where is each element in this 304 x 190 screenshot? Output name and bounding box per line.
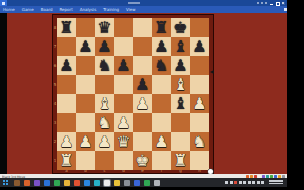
square-d2[interactable]: ♛ [114, 132, 133, 151]
square-e3[interactable] [133, 113, 152, 132]
square-g2[interactable] [171, 132, 190, 151]
taskbar-app-icon[interactable] [34, 180, 40, 186]
square-a2[interactable]: ♟ [57, 132, 76, 151]
square-b6[interactable] [76, 56, 95, 75]
black-queen: ♛ [95, 18, 114, 37]
square-d6[interactable]: ♟ [114, 56, 133, 75]
board: ♜♛♜♚♟♟♟♝♟♟♞♟♞♟♟♝♝♟♝♟♞♟♟♟♟♛♟♞♜♚♜ [57, 18, 209, 170]
square-f3[interactable] [152, 113, 171, 132]
square-f8[interactable]: ♜ [152, 18, 171, 37]
square-d1[interactable] [114, 151, 133, 170]
black-pawn: ♟ [114, 56, 133, 75]
menu-item-board[interactable]: Board [41, 6, 53, 13]
tray-icon[interactable] [230, 181, 233, 184]
square-g8[interactable]: ♚ [171, 18, 190, 37]
square-a1[interactable]: ♜ [57, 151, 76, 170]
titlebar-extra-icon[interactable] [257, 2, 259, 4]
square-c1[interactable] [95, 151, 114, 170]
square-c3[interactable]: ♞ [95, 113, 114, 132]
black-rook: ♜ [152, 18, 171, 37]
menu-item-training[interactable]: Training [103, 6, 119, 13]
system-tray [225, 181, 264, 184]
start-menu-icon[interactable] [3, 180, 8, 185]
chess-board-frame: 87654321 abcdefgh ♜♛♜♚♟♟♟♝♟♟♞♟♞♟♟♝♝♟♝♟♞♟… [52, 14, 214, 174]
black-pawn: ♟ [171, 56, 190, 75]
square-c4[interactable]: ♝ [95, 94, 114, 113]
board-edge-marker-icon [210, 70, 214, 74]
square-h4[interactable]: ♟ [190, 94, 209, 113]
black-pawn: ♟ [76, 37, 95, 56]
square-h3[interactable] [190, 113, 209, 132]
square-h1[interactable] [190, 151, 209, 170]
square-a5[interactable] [57, 75, 76, 94]
tray-icon[interactable] [234, 181, 237, 184]
white-knight: ♞ [190, 132, 209, 151]
taskbar-app-icon[interactable] [154, 180, 160, 186]
black-pawn: ♟ [190, 37, 209, 56]
tray-icon[interactable] [225, 181, 228, 184]
square-g3[interactable] [171, 113, 190, 132]
tray-icon[interactable] [243, 181, 246, 184]
square-e8[interactable] [133, 18, 152, 37]
white-rook: ♜ [57, 151, 76, 170]
square-f4[interactable] [152, 94, 171, 113]
white-pawn: ♟ [190, 94, 209, 113]
square-f2[interactable]: ♟ [152, 132, 171, 151]
white-bishop: ♝ [95, 94, 114, 113]
square-c5[interactable] [95, 75, 114, 94]
square-d3[interactable]: ♟ [114, 113, 133, 132]
white-pawn: ♟ [76, 132, 95, 151]
tray-icon[interactable] [239, 181, 242, 184]
white-pawn: ♟ [57, 132, 76, 151]
square-b2[interactable]: ♟ [76, 132, 95, 151]
white-knight: ♞ [95, 113, 114, 132]
square-h5[interactable] [190, 75, 209, 94]
black-rook: ♜ [57, 18, 76, 37]
menu-overflow-icon[interactable] [284, 8, 287, 11]
square-g1[interactable]: ♜ [171, 151, 190, 170]
square-b1[interactable] [76, 151, 95, 170]
black-knight: ♞ [152, 56, 171, 75]
taskbar-clock[interactable] [269, 180, 283, 185]
black-pawn: ♟ [57, 56, 76, 75]
white-rook: ♜ [171, 151, 190, 170]
taskbar-app-icon[interactable] [124, 180, 130, 186]
white-king: ♚ [133, 151, 152, 170]
black-pawn: ♟ [152, 37, 171, 56]
square-e6[interactable] [133, 56, 152, 75]
black-king: ♚ [171, 18, 190, 37]
tray-icon[interactable] [261, 181, 264, 184]
square-h7[interactable]: ♟ [190, 37, 209, 56]
tray-icon[interactable] [257, 181, 260, 184]
menu-item-report[interactable]: Report [60, 6, 73, 13]
square-g5[interactable]: ♝ [171, 75, 190, 94]
square-c8[interactable]: ♛ [95, 18, 114, 37]
taskbar-app-icon[interactable] [24, 180, 30, 186]
square-f1[interactable] [152, 151, 171, 170]
app-workspace: 87654321 abcdefgh ♜♛♜♚♟♟♟♝♟♟♞♟♞♟♟♝♝♟♝♟♞♟… [0, 13, 287, 174]
square-d5[interactable] [114, 75, 133, 94]
square-h8[interactable] [190, 18, 209, 37]
square-e7[interactable] [133, 37, 152, 56]
black-pawn: ♟ [95, 37, 114, 56]
titlebar-extra-icon[interactable] [261, 2, 263, 4]
black-bishop: ♝ [171, 94, 190, 113]
white-pawn: ♟ [114, 113, 133, 132]
video-frame: HomeGameBoardReportAnalysisTrainingView … [0, 0, 304, 190]
square-a7[interactable] [57, 37, 76, 56]
square-a8[interactable]: ♜ [57, 18, 76, 37]
square-g4[interactable]: ♝ [171, 94, 190, 113]
menu-bar: HomeGameBoardReportAnalysisTrainingView [0, 6, 287, 13]
tray-icon[interactable] [252, 181, 255, 184]
maximize-icon[interactable] [275, 1, 279, 5]
square-d8[interactable] [114, 18, 133, 37]
square-b3[interactable] [76, 113, 95, 132]
square-h6[interactable] [190, 56, 209, 75]
minimize-icon[interactable] [269, 1, 273, 5]
square-e1[interactable]: ♚ [133, 151, 152, 170]
white-bishop: ♝ [171, 75, 190, 94]
square-d7[interactable] [114, 37, 133, 56]
white-queen: ♛ [114, 132, 133, 151]
square-c7[interactable]: ♟ [95, 37, 114, 56]
square-h2[interactable]: ♞ [190, 132, 209, 151]
tray-icon[interactable] [248, 181, 251, 184]
square-a6[interactable]: ♟ [57, 56, 76, 75]
square-b4[interactable] [76, 94, 95, 113]
menu-item-analysis[interactable]: Analysis [80, 6, 96, 13]
taskbar-app-icon[interactable] [104, 180, 110, 186]
square-b7[interactable]: ♟ [76, 37, 95, 56]
square-d4[interactable] [114, 94, 133, 113]
menu-item-home[interactable]: Home [3, 6, 15, 13]
square-e2[interactable] [133, 132, 152, 151]
taskbar-app-icon[interactable] [74, 180, 80, 186]
taskbar-app-icon[interactable] [64, 180, 70, 186]
menu-item-view[interactable]: View [126, 6, 136, 13]
white-pawn: ♟ [133, 94, 152, 113]
square-e4[interactable]: ♟ [133, 94, 152, 113]
square-a4[interactable] [57, 94, 76, 113]
square-f6[interactable]: ♞ [152, 56, 171, 75]
square-b5[interactable] [76, 75, 95, 94]
taskbar-app-icon[interactable] [44, 180, 50, 186]
titlebar-extra-icon[interactable] [265, 2, 267, 4]
square-g7[interactable]: ♝ [171, 37, 190, 56]
taskbar-app-icon[interactable] [84, 180, 90, 186]
menu-item-game[interactable]: Game [22, 6, 34, 13]
white-pawn: ♟ [95, 132, 114, 151]
taskbar-app-icon[interactable] [144, 180, 150, 186]
close-icon[interactable] [281, 1, 285, 5]
square-c6[interactable]: ♞ [95, 56, 114, 75]
square-a3[interactable] [57, 113, 76, 132]
taskbar-app-icon[interactable] [134, 180, 140, 186]
taskbar-app-icons [14, 180, 160, 186]
taskbar-app-icon[interactable] [14, 180, 20, 186]
windows-taskbar [0, 178, 287, 187]
square-b8[interactable] [76, 18, 95, 37]
black-knight: ♞ [95, 56, 114, 75]
taskbar-app-icon[interactable] [94, 180, 100, 186]
black-pawn: ♟ [133, 75, 152, 94]
square-c2[interactable]: ♟ [95, 132, 114, 151]
taskbar-app-icon[interactable] [114, 180, 120, 186]
window-title [128, 2, 140, 4]
square-f7[interactable]: ♟ [152, 37, 171, 56]
square-f5[interactable] [152, 75, 171, 94]
white-pawn: ♟ [152, 132, 171, 151]
square-g6[interactable]: ♟ [171, 56, 190, 75]
square-e5[interactable]: ♟ [133, 75, 152, 94]
window-controls [257, 1, 285, 5]
left-black-strip [0, 13, 7, 174]
taskbar-app-icon[interactable] [54, 180, 60, 186]
black-bishop: ♝ [171, 37, 190, 56]
